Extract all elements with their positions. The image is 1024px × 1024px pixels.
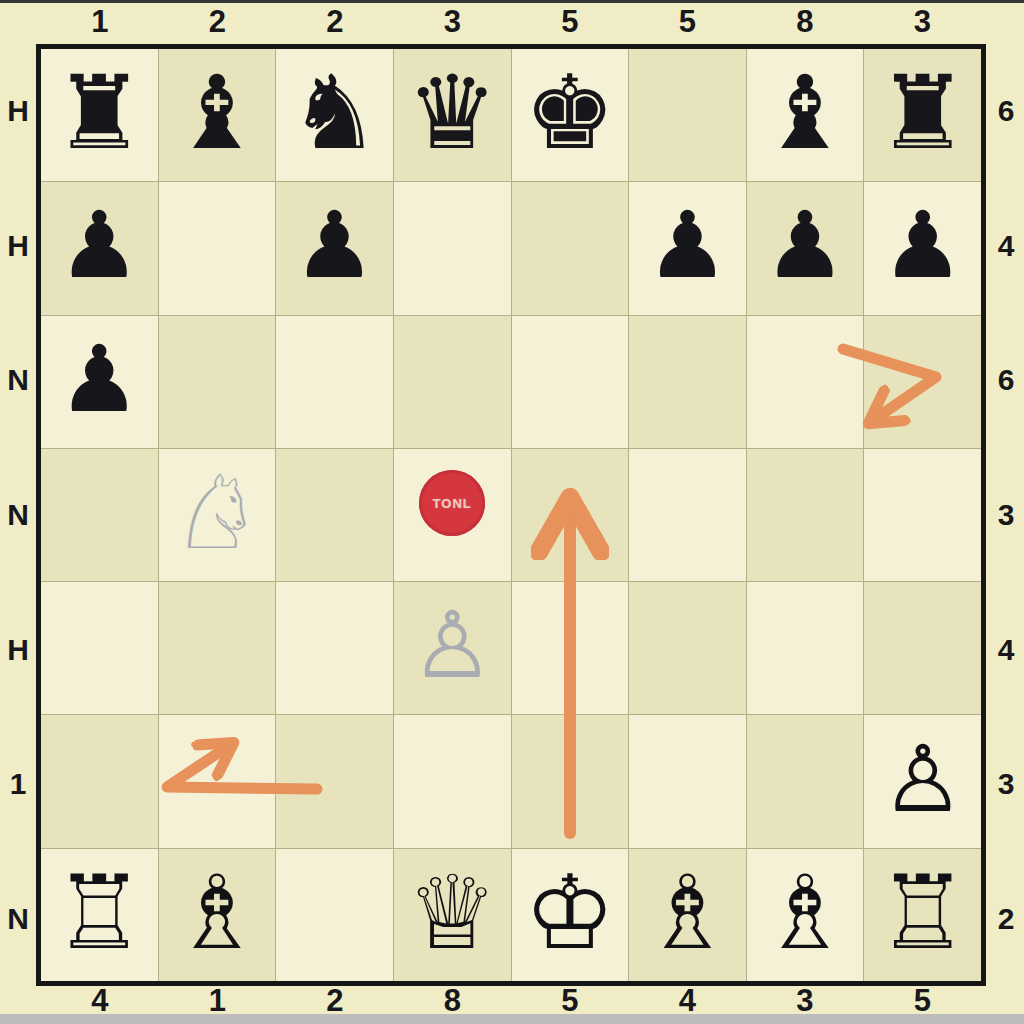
black-rook: ♜: [54, 62, 145, 164]
black-pawn: ♟: [764, 200, 846, 292]
white-queen: ♕: [406, 862, 497, 964]
board-square-r7c1[interactable]: ♖: [41, 849, 158, 981]
chess-board-frame: ♜♝♞♛♚♝♜♟♟♟♟♟♟♘♙♙♖♗♕♔♗♗♖: [36, 44, 986, 986]
board-square-r4c5[interactable]: [512, 449, 629, 581]
board-square-r2c2[interactable]: [159, 182, 276, 314]
black-queen: ♛: [406, 62, 497, 164]
board-square-r3c7[interactable]: [747, 316, 864, 448]
board-square-r2c1[interactable]: ♟: [41, 182, 158, 314]
rank-label: N: [0, 448, 36, 583]
white-bishop: ♗: [171, 862, 262, 964]
board-square-r5c7[interactable]: [747, 582, 864, 714]
rank-label: 3: [989, 717, 1023, 852]
board-square-r2c6[interactable]: ♟: [629, 182, 746, 314]
file-labels-top: 12235583: [41, 1, 981, 43]
file-label: 8: [746, 1, 864, 43]
board-square-r5c1[interactable]: [41, 582, 158, 714]
board-square-r3c6[interactable]: [629, 316, 746, 448]
board-square-r4c3[interactable]: [276, 449, 393, 581]
board-square-r4c2[interactable]: ♘: [159, 449, 276, 581]
board-square-r7c6[interactable]: ♗: [629, 849, 746, 981]
board-square-r2c7[interactable]: ♟: [747, 182, 864, 314]
black-pawn: ♟: [881, 200, 963, 292]
file-label: 4: [41, 987, 159, 1015]
board-square-r2c3[interactable]: ♟: [276, 182, 393, 314]
board-square-r7c5[interactable]: ♔: [512, 849, 629, 981]
board-square-r5c4[interactable]: ♙: [394, 582, 511, 714]
black-king: ♚: [524, 62, 615, 164]
board-square-r4c7[interactable]: [747, 449, 864, 581]
rank-label: 6: [989, 313, 1023, 448]
board-square-r2c5[interactable]: [512, 182, 629, 314]
rank-label: H: [0, 582, 36, 717]
board-square-r5c6[interactable]: [629, 582, 746, 714]
board-square-r3c3[interactable]: [276, 316, 393, 448]
file-label: 5: [864, 987, 982, 1015]
ghost-white-knight: ♘: [171, 462, 262, 564]
red-marker-badge: TONL: [419, 470, 485, 536]
board-square-r7c7[interactable]: ♗: [747, 849, 864, 981]
board-square-r3c4[interactable]: [394, 316, 511, 448]
chess-board: ♜♝♞♛♚♝♜♟♟♟♟♟♟♘♙♙♖♗♕♔♗♗♖: [41, 49, 981, 981]
chess-diagram-page: 12235583 41285435 HHNNH1N 6463432 ♜♝♞♛♚♝…: [0, 0, 1024, 1024]
board-square-r3c5[interactable]: [512, 316, 629, 448]
board-square-r6c4[interactable]: [394, 715, 511, 847]
board-square-r7c4[interactable]: ♕: [394, 849, 511, 981]
board-square-r1c6[interactable]: [629, 49, 746, 181]
rank-labels-right: 6463432: [989, 44, 1023, 986]
black-bishop: ♝: [759, 62, 850, 164]
board-square-r1c3[interactable]: ♞: [276, 49, 393, 181]
board-square-r1c2[interactable]: ♝: [159, 49, 276, 181]
board-square-r1c1[interactable]: ♜: [41, 49, 158, 181]
board-square-r2c4[interactable]: [394, 182, 511, 314]
board-square-r3c8[interactable]: [864, 316, 981, 448]
board-square-r4c6[interactable]: [629, 449, 746, 581]
file-label: 5: [511, 1, 629, 43]
white-pawn: ♙: [881, 734, 963, 826]
black-bishop: ♝: [171, 62, 262, 164]
board-square-r5c2[interactable]: [159, 582, 276, 714]
rank-labels-left: HHNNH1N: [0, 44, 36, 986]
board-square-r5c3[interactable]: [276, 582, 393, 714]
board-square-r6c6[interactable]: [629, 715, 746, 847]
black-pawn: ♟: [58, 334, 140, 426]
board-square-r7c3[interactable]: [276, 849, 393, 981]
rank-label: 3: [989, 448, 1023, 583]
board-square-r1c8[interactable]: ♜: [864, 49, 981, 181]
white-bishop: ♗: [759, 862, 850, 964]
black-pawn: ♟: [646, 200, 728, 292]
board-square-r6c2[interactable]: [159, 715, 276, 847]
rank-label: 2: [989, 851, 1023, 986]
board-square-r6c7[interactable]: [747, 715, 864, 847]
board-square-r6c3[interactable]: [276, 715, 393, 847]
file-label: 2: [276, 1, 394, 43]
board-square-r4c1[interactable]: [41, 449, 158, 581]
board-square-r6c5[interactable]: [512, 715, 629, 847]
rank-label: 4: [989, 179, 1023, 314]
board-square-r1c7[interactable]: ♝: [747, 49, 864, 181]
rank-label: H: [0, 44, 36, 179]
white-rook: ♖: [54, 862, 145, 964]
rank-label: 4: [989, 582, 1023, 717]
board-square-r3c2[interactable]: [159, 316, 276, 448]
black-knight: ♞: [289, 62, 380, 164]
rank-label: N: [0, 313, 36, 448]
rank-label: 1: [0, 717, 36, 852]
white-king: ♔: [524, 862, 615, 964]
file-label: 8: [394, 987, 512, 1015]
board-square-r7c8[interactable]: ♖: [864, 849, 981, 981]
black-rook: ♜: [877, 62, 968, 164]
board-square-r2c8[interactable]: ♟: [864, 182, 981, 314]
file-label: 2: [159, 1, 277, 43]
board-square-r3c1[interactable]: ♟: [41, 316, 158, 448]
file-label: 4: [629, 987, 747, 1015]
board-square-r5c8[interactable]: [864, 582, 981, 714]
file-label: 5: [511, 987, 629, 1015]
board-square-r4c8[interactable]: [864, 449, 981, 581]
black-pawn: ♟: [293, 200, 375, 292]
ghost-white-pawn: ♙: [411, 600, 493, 692]
white-rook: ♖: [877, 862, 968, 964]
file-label: 3: [394, 1, 512, 43]
bottom-edge-strip: [0, 1014, 1024, 1024]
white-bishop: ♗: [642, 862, 733, 964]
board-square-r1c5[interactable]: ♚: [512, 49, 629, 181]
rank-label: 6: [989, 44, 1023, 179]
rank-label: N: [0, 851, 36, 986]
board-square-r5c5[interactable]: [512, 582, 629, 714]
black-pawn: ♟: [58, 200, 140, 292]
file-label: 3: [864, 1, 982, 43]
file-labels-bottom: 41285435: [41, 987, 981, 1015]
board-square-r7c2[interactable]: ♗: [159, 849, 276, 981]
file-label: 3: [746, 987, 864, 1015]
file-label: 1: [159, 987, 277, 1015]
badge-text: TONL: [433, 496, 472, 511]
board-square-r1c4[interactable]: ♛: [394, 49, 511, 181]
file-label: 2: [276, 987, 394, 1015]
file-label: 1: [41, 1, 159, 43]
rank-label: H: [0, 179, 36, 314]
board-square-r6c8[interactable]: ♙: [864, 715, 981, 847]
board-square-r6c1[interactable]: [41, 715, 158, 847]
file-label: 5: [629, 1, 747, 43]
